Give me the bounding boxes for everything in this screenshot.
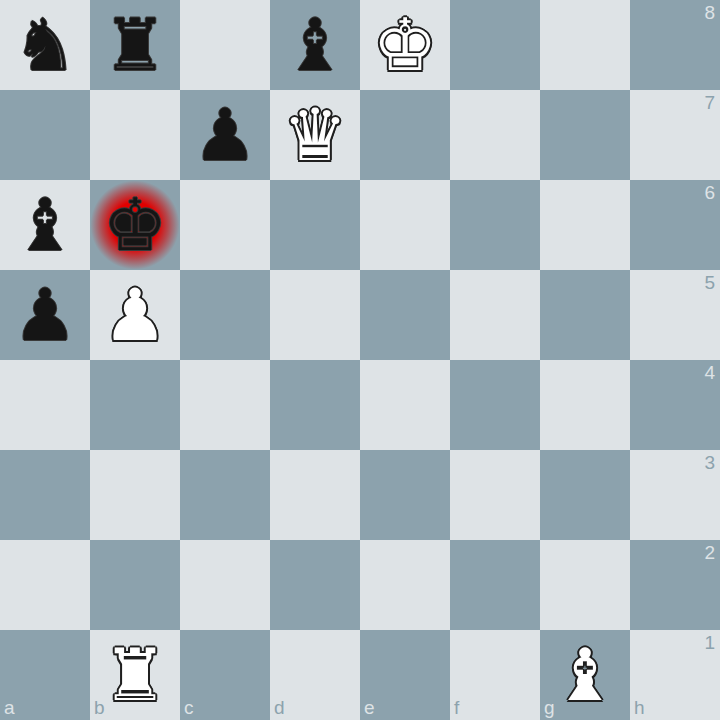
square-c1[interactable]: c [180,630,270,720]
white-pawn-icon[interactable]: ♟ [90,270,180,360]
square-b8[interactable]: ♜ [90,0,180,90]
square-e7[interactable] [360,90,450,180]
coordinate-rank-3: 3 [704,453,715,472]
square-a1[interactable]: a [0,630,90,720]
square-e6[interactable] [360,180,450,270]
coordinate-file-e: e [364,698,375,717]
coordinate-rank-2: 2 [704,543,715,562]
white-queen-icon[interactable]: ♛ [270,90,360,180]
square-e3[interactable] [360,450,450,540]
black-bishop-icon[interactable]: ♝ [270,0,360,90]
square-a2[interactable] [0,540,90,630]
square-h4[interactable]: 4 [630,360,720,450]
square-d3[interactable] [270,450,360,540]
coordinate-file-d: d [274,698,285,717]
chess-board: ♞♜♝♚8♟♛7♝♚6♟♟5432a♜bcdef♝gh1 [0,0,720,720]
square-h3[interactable]: 3 [630,450,720,540]
square-g5[interactable] [540,270,630,360]
square-e1[interactable]: e [360,630,450,720]
square-f4[interactable] [450,360,540,450]
square-d8[interactable]: ♝ [270,0,360,90]
square-d5[interactable] [270,270,360,360]
coordinate-rank-6: 6 [704,183,715,202]
square-a4[interactable] [0,360,90,450]
square-h1[interactable]: h1 [630,630,720,720]
square-g8[interactable] [540,0,630,90]
square-c7[interactable]: ♟ [180,90,270,180]
square-f8[interactable] [450,0,540,90]
square-e8[interactable]: ♚ [360,0,450,90]
square-d1[interactable]: d [270,630,360,720]
square-e2[interactable] [360,540,450,630]
black-rook-icon[interactable]: ♜ [90,0,180,90]
square-d7[interactable]: ♛ [270,90,360,180]
square-b1[interactable]: ♜b [90,630,180,720]
square-b3[interactable] [90,450,180,540]
square-e4[interactable] [360,360,450,450]
square-d2[interactable] [270,540,360,630]
square-a8[interactable]: ♞ [0,0,90,90]
black-knight-icon[interactable]: ♞ [0,0,90,90]
square-c3[interactable] [180,450,270,540]
square-c5[interactable] [180,270,270,360]
square-g3[interactable] [540,450,630,540]
square-f2[interactable] [450,540,540,630]
square-b4[interactable] [90,360,180,450]
square-g2[interactable] [540,540,630,630]
square-e5[interactable] [360,270,450,360]
coordinate-file-c: c [184,698,194,717]
square-g4[interactable] [540,360,630,450]
square-h2[interactable]: 2 [630,540,720,630]
square-h7[interactable]: 7 [630,90,720,180]
white-king-icon[interactable]: ♚ [360,0,450,90]
square-d6[interactable] [270,180,360,270]
black-pawn-icon[interactable]: ♟ [0,270,90,360]
square-b6[interactable]: ♚ [90,180,180,270]
square-h6[interactable]: 6 [630,180,720,270]
square-f7[interactable] [450,90,540,180]
square-c2[interactable] [180,540,270,630]
square-g6[interactable] [540,180,630,270]
square-h8[interactable]: 8 [630,0,720,90]
square-h5[interactable]: 5 [630,270,720,360]
square-a6[interactable]: ♝ [0,180,90,270]
coordinate-rank-8: 8 [704,3,715,22]
white-bishop-icon[interactable]: ♝ [540,630,630,720]
square-a5[interactable]: ♟ [0,270,90,360]
square-g7[interactable] [540,90,630,180]
square-f5[interactable] [450,270,540,360]
coordinate-rank-4: 4 [704,363,715,382]
square-b2[interactable] [90,540,180,630]
coordinate-rank-5: 5 [704,273,715,292]
square-f1[interactable]: f [450,630,540,720]
square-b7[interactable] [90,90,180,180]
coordinate-file-a: a [4,698,15,717]
coordinate-file-h: h [634,698,645,717]
square-b5[interactable]: ♟ [90,270,180,360]
square-f6[interactable] [450,180,540,270]
square-c6[interactable] [180,180,270,270]
coordinate-rank-1: 1 [704,633,715,652]
square-a3[interactable] [0,450,90,540]
black-pawn-icon[interactable]: ♟ [180,90,270,180]
square-c4[interactable] [180,360,270,450]
square-f3[interactable] [450,450,540,540]
square-d4[interactable] [270,360,360,450]
black-bishop-icon[interactable]: ♝ [0,180,90,270]
square-c8[interactable] [180,0,270,90]
coordinate-file-f: f [454,698,459,717]
square-a7[interactable] [0,90,90,180]
square-g1[interactable]: ♝g [540,630,630,720]
black-king-icon[interactable]: ♚ [90,180,180,270]
white-rook-icon[interactable]: ♜ [90,630,180,720]
coordinate-rank-7: 7 [704,93,715,112]
